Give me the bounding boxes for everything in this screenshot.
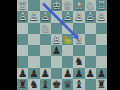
piece-black-pawn: ♟ [85, 68, 94, 79]
piece-black-pawn: ♟ [63, 68, 72, 79]
square-f8[interactable]: ♝ [40, 79, 51, 90]
piece-black-pawn: ♟ [18, 68, 27, 79]
piece-white-bishop: ♗ [74, 0, 83, 11]
piece-white-pawn: ♙ [97, 11, 106, 22]
piece-black-pawn: ♟ [74, 68, 83, 79]
square-g1[interactable] [28, 0, 39, 11]
square-a4[interactable] [96, 34, 107, 45]
chess-board: ♖♔♕♗♘♖♙♙♙♙♙♙♙♘♙♗♟♞♟♟♟♟♟♟♟♜♞♝♚♛♝♜ [17, 0, 107, 90]
piece-white-pawn: ♙ [40, 11, 49, 22]
square-g6[interactable] [28, 56, 39, 67]
duck-icon [62, 34, 73, 45]
piece-white-knight: ♘ [40, 23, 49, 34]
square-b7[interactable]: ♟ [85, 68, 96, 79]
piece-white-rook: ♖ [18, 0, 27, 11]
video-frame: ♖♔♕♗♘♖♙♙♙♙♙♙♙♘♙♗♟♞♟♟♟♟♟♟♟♜♞♝♚♛♝♜ [0, 0, 120, 90]
piece-black-pawn: ♟ [52, 45, 61, 56]
square-c2[interactable]: ♙ [73, 11, 84, 22]
piece-black-pawn: ♟ [29, 68, 38, 79]
piece-white-pawn: ♙ [18, 11, 27, 22]
square-f2[interactable]: ♙ [40, 11, 51, 22]
square-c5[interactable] [73, 45, 84, 56]
piece-white-pawn: ♙ [74, 11, 83, 22]
square-e8[interactable]: ♚ [51, 79, 62, 90]
piece-white-pawn: ♙ [63, 11, 72, 22]
piece-black-rook: ♜ [18, 79, 27, 90]
piece-black-queen: ♛ [63, 79, 72, 90]
square-e5[interactable]: ♟ [51, 45, 62, 56]
square-b1[interactable]: ♘ [85, 0, 96, 11]
piece-black-bishop: ♝ [74, 79, 83, 90]
piece-black-bishop: ♝ [40, 79, 49, 90]
piece-white-pawn: ♙ [85, 11, 94, 22]
square-a7[interactable]: ♟ [96, 68, 107, 79]
square-e4[interactable]: ♙ [51, 34, 62, 45]
square-a6[interactable] [96, 56, 107, 67]
square-d7[interactable]: ♟ [62, 68, 73, 79]
square-e7[interactable] [51, 68, 62, 79]
square-d4[interactable] [62, 34, 73, 45]
square-b2[interactable]: ♙ [85, 11, 96, 22]
square-d8[interactable]: ♛ [62, 79, 73, 90]
piece-black-pawn: ♟ [97, 68, 106, 79]
square-c1[interactable]: ♗ [73, 0, 84, 11]
square-f7[interactable]: ♟ [40, 68, 51, 79]
square-d1[interactable]: ♕ [62, 0, 73, 11]
square-h2[interactable]: ♙ [17, 11, 28, 22]
square-a8[interactable]: ♜ [96, 79, 107, 90]
square-f4[interactable] [40, 34, 51, 45]
square-c7[interactable]: ♟ [73, 68, 84, 79]
square-d6[interactable] [62, 56, 73, 67]
square-d3[interactable] [62, 23, 73, 34]
square-e1[interactable]: ♔ [51, 0, 62, 11]
piece-black-king: ♚ [52, 79, 61, 90]
square-h5[interactable] [17, 45, 28, 56]
piece-white-pawn: ♙ [29, 11, 38, 22]
square-h7[interactable]: ♟ [17, 68, 28, 79]
square-c4[interactable]: ♗ [73, 34, 84, 45]
piece-white-rook: ♖ [97, 0, 106, 11]
square-a5[interactable] [96, 45, 107, 56]
square-g2[interactable]: ♙ [28, 11, 39, 22]
square-b4[interactable] [85, 34, 96, 45]
square-c8[interactable]: ♝ [73, 79, 84, 90]
piece-black-rook: ♜ [97, 79, 106, 90]
square-e6[interactable] [51, 56, 62, 67]
square-f3[interactable]: ♘ [40, 23, 51, 34]
square-b6[interactable] [85, 56, 96, 67]
square-c3[interactable] [73, 23, 84, 34]
square-b5[interactable] [85, 45, 96, 56]
square-h6[interactable] [17, 56, 28, 67]
piece-white-queen: ♕ [63, 0, 72, 11]
piece-white-bishop: ♗ [74, 34, 83, 45]
piece-white-king: ♔ [52, 0, 61, 11]
square-h1[interactable]: ♖ [17, 0, 28, 11]
square-e3[interactable] [51, 23, 62, 34]
square-h8[interactable]: ♜ [17, 79, 28, 90]
square-h3[interactable] [17, 23, 28, 34]
piece-white-pawn: ♙ [52, 34, 61, 45]
square-d2[interactable]: ♙ [62, 11, 73, 22]
square-g5[interactable] [28, 45, 39, 56]
square-g3[interactable] [28, 23, 39, 34]
square-g8[interactable]: ♞ [28, 79, 39, 90]
square-a3[interactable] [96, 23, 107, 34]
square-f5[interactable] [40, 45, 51, 56]
piece-white-knight: ♘ [85, 0, 94, 11]
square-a1[interactable]: ♖ [96, 0, 107, 11]
square-f1[interactable] [40, 0, 51, 11]
square-g7[interactable]: ♟ [28, 68, 39, 79]
square-a2[interactable]: ♙ [96, 11, 107, 22]
square-e2[interactable] [51, 11, 62, 22]
piece-black-pawn: ♟ [40, 68, 49, 79]
piece-black-knight: ♞ [29, 79, 38, 90]
square-b3[interactable] [85, 23, 96, 34]
square-g4[interactable] [28, 34, 39, 45]
square-c6[interactable]: ♞ [73, 56, 84, 67]
piece-black-knight: ♞ [74, 56, 83, 67]
square-f6[interactable] [40, 56, 51, 67]
square-h4[interactable] [17, 34, 28, 45]
square-b8[interactable] [85, 79, 96, 90]
square-d5[interactable] [62, 45, 73, 56]
